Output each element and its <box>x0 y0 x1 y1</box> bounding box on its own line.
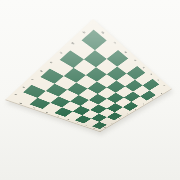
product-photo-background: abcdefgh abcdefgh 87654321 87654321 <box>0 0 180 180</box>
